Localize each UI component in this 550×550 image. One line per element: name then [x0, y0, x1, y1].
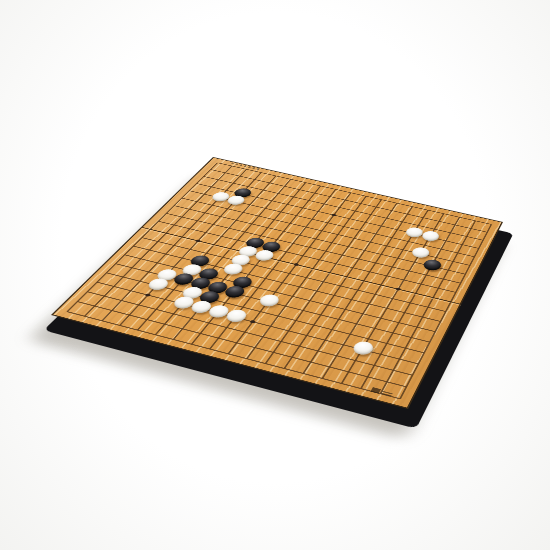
- white-stone[interactable]: [410, 246, 432, 259]
- white-stone[interactable]: [256, 293, 281, 308]
- product-photo-stage: [0, 0, 550, 550]
- white-stone[interactable]: [350, 340, 375, 357]
- black-stone[interactable]: [421, 258, 443, 272]
- brand-logo-bottom: [370, 386, 395, 399]
- grid-line: [87, 291, 413, 375]
